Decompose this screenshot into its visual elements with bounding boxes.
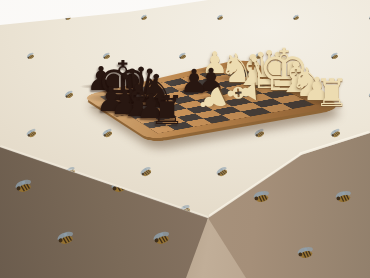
chess-set-product-photo: ♟♚♛♞♟♟♝♟♜♟♟♟♞♝♛♚♝♞♟♜♟♝	[0, 0, 370, 278]
pieces-layer: ♟♚♛♞♟♟♝♟♜♟♟♟♞♝♛♚♝♞♟♜♟♝	[0, 0, 370, 278]
white-rook-piece: ♜	[309, 74, 355, 112]
black-rook-piece: ♜	[143, 90, 191, 130]
